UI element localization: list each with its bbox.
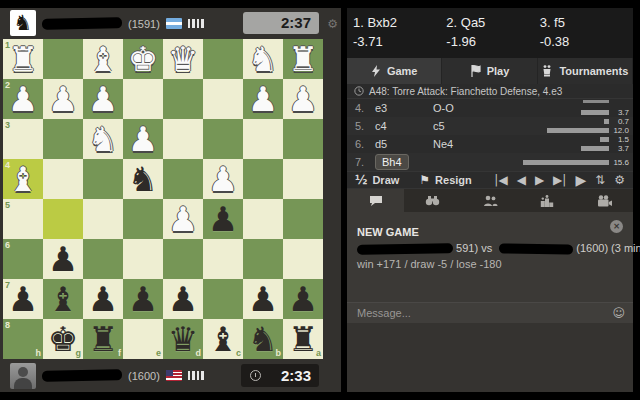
panel-tabs: GamePlayTournaments [347, 58, 633, 84]
black-piece-p: ♟ [123, 279, 163, 319]
white-move[interactable]: c4 [375, 120, 433, 132]
file-label: b [276, 348, 282, 358]
move-times: 15.6 [523, 158, 629, 166]
redacted-player-name [357, 243, 453, 255]
podium-icon [540, 195, 554, 207]
white-piece-p: ♟ [163, 199, 203, 239]
square-h7[interactable]: 7♟ [3, 279, 43, 319]
square-f5[interactable] [83, 199, 123, 239]
current-move: Bh4 [375, 154, 409, 170]
square-g2[interactable]: ♟ [43, 79, 83, 119]
square-g1[interactable] [43, 39, 83, 79]
leaderboard-tab[interactable] [519, 189, 576, 212]
square-b3[interactable] [243, 119, 283, 159]
close-icon[interactable]: ✕ [610, 220, 623, 233]
flip-board-icon[interactable]: ⇅ [595, 174, 605, 186]
move-list: 4.e3O-O3.75.c4c50.712.06.d5Ne41.53.77.Bh… [347, 99, 633, 171]
tab-game[interactable]: Game [347, 58, 442, 84]
tab-play[interactable]: Play [442, 58, 537, 84]
black-move[interactable]: Ne4 [433, 138, 503, 150]
top-player-bar: ♞ (1591) 2:37 ⚙ [0, 8, 341, 39]
half-point-icon: ½ [355, 173, 367, 187]
square-f8[interactable]: f♜ [83, 319, 123, 359]
square-g8[interactable]: g♚ [43, 319, 83, 359]
message-bar: ☺ [347, 302, 633, 323]
engine-eval: -0.38 [540, 34, 633, 49]
move-number: 7. [355, 156, 375, 168]
square-a6[interactable] [283, 239, 323, 279]
square-a2[interactable]: ♟ [283, 79, 323, 119]
chat-header: NEW GAME [357, 226, 419, 238]
bottom-player-clock: 2:33 [241, 364, 319, 387]
engine-move: 2. Qa5 [446, 15, 539, 30]
move-times: 1.53.7 [581, 136, 629, 153]
flag-icon [470, 65, 481, 77]
tab-label: Tournaments [559, 65, 628, 77]
file-label: e [156, 348, 161, 358]
time-spent [581, 100, 629, 108]
black-piece-n: ♞ [123, 159, 163, 199]
jump-to-start-icon[interactable]: |◀ [494, 174, 507, 186]
square-c4[interactable]: ♟ [203, 159, 243, 199]
black-piece-p: ♟ [43, 239, 83, 279]
redacted-player-name [499, 243, 573, 254]
square-h8[interactable]: 8h [3, 319, 43, 359]
black-piece-p: ♟ [243, 279, 283, 319]
argentina-flag-icon [166, 18, 182, 29]
square-a5[interactable] [283, 199, 323, 239]
white-piece-n: ♞ [243, 39, 283, 79]
square-f6[interactable] [83, 239, 123, 279]
panel-icon-tabs [347, 189, 633, 212]
settings-gear-icon[interactable]: ⚙ [614, 174, 625, 186]
square-c7[interactable] [203, 279, 243, 319]
move-number: 4. [355, 102, 375, 114]
move-times: 0.712.0 [547, 118, 629, 135]
panel-footer-space [347, 323, 633, 392]
autoplay-icon[interactable]: ▶ [575, 173, 586, 187]
move-number: 5. [355, 120, 375, 132]
opening-name: A48: Torre Attack: Fianchetto Defense, 4… [369, 86, 562, 97]
square-h6[interactable]: 6 [3, 239, 43, 279]
clock-icon [250, 370, 261, 381]
square-e4[interactable]: ♞ [123, 159, 163, 199]
opening-row[interactable]: A48: Torre Attack: Fianchetto Defense, 4… [347, 84, 633, 99]
engine-move: 3. f5 [540, 15, 633, 30]
time-spent: 12.0 [547, 127, 629, 135]
tab-label: Play [487, 65, 510, 77]
black-piece-b: ♝ [43, 279, 83, 319]
smiley-icon[interactable]: ☺ [612, 306, 625, 320]
square-g7[interactable]: ♝ [43, 279, 83, 319]
move-row: 5.c4c50.712.0 [347, 117, 633, 135]
rating-stakes-line: win +171 / draw -5 / lose -180 [357, 258, 502, 270]
rank-label: 1 [5, 40, 10, 50]
square-h5[interactable]: 5 [3, 199, 43, 239]
black-piece-r: ♜ [83, 319, 123, 359]
square-d3[interactable] [163, 119, 203, 159]
square-d5[interactable]: ♟ [163, 199, 203, 239]
white-move[interactable]: e3 [375, 102, 433, 114]
movie-camera-icon [597, 195, 612, 207]
rank-label: 7 [5, 280, 10, 290]
rank-label: 3 [5, 120, 10, 130]
tab-tournaments[interactable]: Tournaments [538, 58, 633, 84]
square-d6[interactable] [163, 239, 203, 279]
white-piece-p: ♟ [43, 79, 83, 119]
square-f2[interactable]: ♟ [83, 79, 123, 119]
bottom-player-rating: (1600) [128, 370, 160, 382]
square-a4[interactable] [283, 159, 323, 199]
chat-players-line: 591) vs (1600) (3 min) [357, 242, 640, 254]
white-move[interactable]: d5 [375, 138, 433, 150]
chat-tab[interactable] [347, 189, 404, 212]
square-f4[interactable] [83, 159, 123, 199]
black-piece-p: ♟ [163, 279, 203, 319]
players-tab[interactable] [461, 189, 518, 212]
square-g3[interactable] [43, 119, 83, 159]
square-g6[interactable]: ♟ [43, 239, 83, 279]
binoculars-icon [425, 195, 440, 206]
time-spent: 15.6 [523, 158, 629, 166]
square-d1[interactable]: ♛ [163, 39, 203, 79]
square-h2[interactable]: 2♟ [3, 79, 43, 119]
move-times: 3.7 [581, 100, 629, 117]
time-spent: 0.7 [547, 118, 629, 126]
white-move[interactable]: Bh4 [375, 154, 433, 170]
rank-label: 8 [5, 320, 10, 330]
square-h4[interactable]: 4♝ [3, 159, 43, 199]
bottom-player-avatar[interactable] [10, 363, 36, 389]
chess-board: 1♜♝♚♛♞♜2♟♟♟♟♟3♞♟4♝♞♟5♟♟6♟7♟♝♟♟♟♟♟8hg♚f♜e… [3, 39, 323, 359]
square-e2[interactable] [123, 79, 163, 119]
white-piece-p: ♟ [243, 79, 283, 119]
square-f3[interactable]: ♞ [83, 119, 123, 159]
draw-button[interactable]: ½ Draw [355, 173, 399, 187]
square-d7[interactable]: ♟ [163, 279, 203, 319]
move-number: 6. [355, 138, 375, 150]
move-row: 7.Bh415.6 [347, 153, 633, 171]
square-c6[interactable] [203, 239, 243, 279]
square-a1[interactable]: ♜ [283, 39, 323, 79]
square-c8[interactable]: c♝ [203, 319, 243, 359]
square-c3[interactable] [203, 119, 243, 159]
top-player-clock: 2:37 [243, 12, 319, 34]
top-player-rating: (1591) [128, 18, 160, 30]
black-piece-p: ♟ [83, 279, 123, 319]
knight-avatar-icon: ♞ [10, 10, 36, 36]
engine-line-2[interactable]: 2. Qa5-1.96 [446, 15, 539, 58]
square-b4[interactable] [243, 159, 283, 199]
square-f1[interactable]: ♝ [83, 39, 123, 79]
connection-bars-icon [188, 371, 204, 380]
square-h1[interactable]: 1♜ [3, 39, 43, 79]
trophy-icon [541, 65, 553, 77]
white-piece-p: ♟ [203, 159, 243, 199]
square-a8[interactable]: a♜ [283, 319, 323, 359]
usa-flag-icon [166, 370, 182, 381]
white-piece-n: ♞ [83, 119, 123, 159]
square-b7[interactable]: ♟ [243, 279, 283, 319]
square-g4[interactable] [43, 159, 83, 199]
bottom-clock-time: 2:33 [281, 367, 311, 384]
game-panel: 1. Bxb2-3.712. Qa5-1.963. f5-0.38 GamePl… [347, 8, 633, 392]
rank-label: 6 [5, 240, 10, 250]
square-d8[interactable]: d♛ [163, 319, 203, 359]
square-a3[interactable] [283, 119, 323, 159]
square-c2[interactable] [203, 79, 243, 119]
move-row: 4.e3O-O3.7 [347, 99, 633, 117]
people-icon [483, 195, 498, 206]
app-window: ♞ (1591) 2:37 ⚙ 1♜♝♚♛♞♜2♟♟♟♟♟3♞♟4♝♞♟5♟♟6… [0, 0, 640, 400]
square-e1[interactable]: ♚ [123, 39, 163, 79]
file-label: f [118, 348, 121, 358]
engine-line-1[interactable]: 1. Bxb2-3.71 [353, 15, 446, 58]
time-spent: 1.5 [581, 136, 629, 144]
white-piece-p: ♟ [83, 79, 123, 119]
engine-eval: -3.71 [353, 34, 446, 49]
square-c1[interactable] [203, 39, 243, 79]
white-piece-k: ♚ [123, 39, 163, 79]
opening-book-icon [354, 86, 364, 96]
redacted-player-name [42, 369, 122, 382]
square-g5[interactable] [43, 199, 83, 239]
person-avatar-icon [18, 367, 28, 377]
resign-button[interactable]: ⚑ Resign [419, 173, 471, 187]
square-d2[interactable] [163, 79, 203, 119]
bottom-player-bar: (1600) 2:33 [0, 359, 341, 392]
black-piece-p: ♟ [283, 279, 323, 319]
white-piece-p: ♟ [283, 79, 323, 119]
white-piece-r: ♜ [283, 39, 323, 79]
spectators-tab[interactable] [404, 189, 461, 212]
board-section: ♞ (1591) 2:37 ⚙ 1♜♝♚♛♞♜2♟♟♟♟♟3♞♟4♝♞♟5♟♟6… [0, 8, 341, 392]
file-label: g [76, 348, 82, 358]
engine-move: 1. Bxb2 [353, 15, 446, 30]
game-controls: ½ Draw ⚑ Resign |◀◀▶▶|▶⇅⚙ [347, 171, 633, 189]
rank-label: 5 [5, 200, 10, 210]
connection-bars-icon [188, 19, 204, 28]
video-tab[interactable] [576, 189, 633, 212]
rank-label: 4 [5, 160, 10, 170]
square-b6[interactable] [243, 239, 283, 279]
top-player-avatar[interactable]: ♞ [10, 10, 36, 36]
black-piece-p: ♟ [203, 199, 243, 239]
file-label: d [196, 348, 202, 358]
tab-label: Game [387, 65, 418, 77]
black-move[interactable]: O-O [433, 102, 503, 114]
time-spent: 3.7 [581, 109, 629, 117]
square-e7[interactable]: ♟ [123, 279, 163, 319]
time-spent: 3.7 [581, 145, 629, 153]
rank-label: 2 [5, 80, 10, 90]
engine-lines: 1. Bxb2-3.712. Qa5-1.963. f5-0.38 [347, 8, 633, 58]
engine-eval: -1.96 [446, 34, 539, 49]
black-move[interactable]: c5 [433, 120, 503, 132]
square-f7[interactable]: ♟ [83, 279, 123, 319]
step-back-icon[interactable]: ◀ [517, 174, 526, 186]
board-settings-gear-icon[interactable]: ⚙ [327, 17, 338, 31]
white-piece-b: ♝ [83, 39, 123, 79]
redacted-player-name [42, 17, 122, 30]
file-label: h [36, 348, 42, 358]
square-b5[interactable] [243, 199, 283, 239]
engine-line-3[interactable]: 3. f5-0.38 [540, 15, 633, 58]
message-input[interactable] [355, 303, 595, 323]
resign-flag-icon: ⚑ [419, 173, 430, 187]
lightning-icon [371, 65, 381, 77]
square-d4[interactable] [163, 159, 203, 199]
square-c5[interactable]: ♟ [203, 199, 243, 239]
white-piece-p: ♟ [123, 119, 163, 159]
square-a7[interactable]: ♟ [283, 279, 323, 319]
file-label: c [236, 348, 241, 358]
chat-area: ✕ NEW GAME 591) vs (1600) (3 min) win +1… [347, 212, 633, 302]
square-e6[interactable] [123, 239, 163, 279]
step-forward-icon[interactable]: ▶ [535, 174, 544, 186]
square-e8[interactable]: e [123, 319, 163, 359]
square-e3[interactable]: ♟ [123, 119, 163, 159]
move-row: 6.d5Ne41.53.7 [347, 135, 633, 153]
square-e5[interactable] [123, 199, 163, 239]
chat-bubble-icon [369, 195, 383, 207]
jump-to-end-icon[interactable]: ▶| [553, 174, 566, 186]
square-h3[interactable]: 3 [3, 119, 43, 159]
square-b8[interactable]: b♞ [243, 319, 283, 359]
square-b2[interactable]: ♟ [243, 79, 283, 119]
white-piece-q: ♛ [163, 39, 203, 79]
file-label: a [316, 348, 321, 358]
move-navigation: |◀◀▶▶|▶⇅⚙ [494, 173, 625, 187]
square-b1[interactable]: ♞ [243, 39, 283, 79]
